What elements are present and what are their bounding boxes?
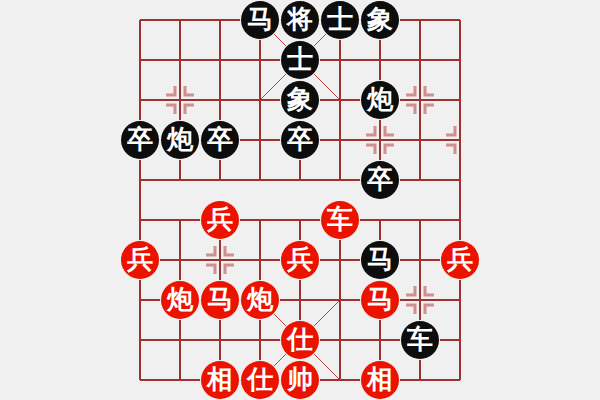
piece-black-horse[interactable]: 马 — [241, 1, 279, 39]
piece-black-advisor[interactable]: 士 — [281, 41, 319, 79]
piece-black-elephant[interactable]: 象 — [281, 81, 319, 119]
piece-red-advisor[interactable]: 仕 — [241, 361, 279, 399]
piece-black-soldier[interactable]: 卒 — [201, 121, 239, 159]
piece-red-elephant[interactable]: 相 — [201, 361, 239, 399]
piece-black-cannon[interactable]: 炮 — [161, 121, 199, 159]
xiangqi-app: 马将士象士象炮卒炮卒卒卒马车兵车兵兵兵炮马炮马仕相仕帅相 — [0, 0, 600, 400]
piece-red-soldier[interactable]: 兵 — [121, 241, 159, 279]
piece-black-advisor[interactable]: 士 — [321, 1, 359, 39]
piece-red-soldier[interactable]: 兵 — [441, 241, 479, 279]
piece-red-general[interactable]: 帅 — [281, 361, 319, 399]
piece-red-horse[interactable]: 马 — [361, 281, 399, 319]
piece-black-horse[interactable]: 马 — [361, 241, 399, 279]
piece-black-soldier[interactable]: 卒 — [281, 121, 319, 159]
piece-red-cannon[interactable]: 炮 — [241, 281, 279, 319]
piece-red-chariot[interactable]: 车 — [321, 201, 359, 239]
piece-red-horse[interactable]: 马 — [201, 281, 239, 319]
piece-black-soldier[interactable]: 卒 — [361, 161, 399, 199]
xiangqi-board[interactable]: 马将士象士象炮卒炮卒卒卒马车兵车兵兵兵炮马炮马仕相仕帅相 — [140, 20, 460, 380]
piece-black-elephant[interactable]: 象 — [361, 1, 399, 39]
piece-red-soldier[interactable]: 兵 — [201, 201, 239, 239]
piece-red-advisor[interactable]: 仕 — [281, 321, 319, 359]
piece-black-cannon[interactable]: 炮 — [361, 81, 399, 119]
piece-red-soldier[interactable]: 兵 — [281, 241, 319, 279]
piece-red-elephant[interactable]: 相 — [361, 361, 399, 399]
piece-black-chariot[interactable]: 车 — [401, 321, 439, 359]
piece-black-general[interactable]: 将 — [281, 1, 319, 39]
piece-red-cannon[interactable]: 炮 — [161, 281, 199, 319]
piece-black-soldier[interactable]: 卒 — [121, 121, 159, 159]
